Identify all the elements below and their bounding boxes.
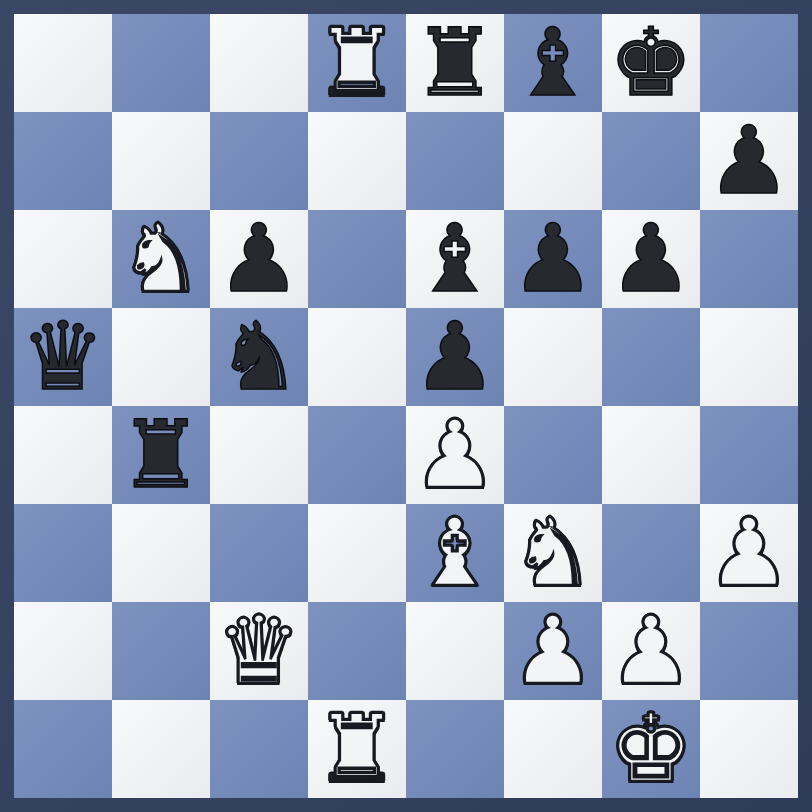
square-f3[interactable]: ♞ [504, 504, 602, 602]
square-a5[interactable]: ♛ [14, 308, 112, 406]
board-grid: ♜♜♝♚♟♞♟♝♟♟♛♞♟♜♟♝♞♟♛♟♟♜♚ [14, 14, 798, 798]
white-rook[interactable]: ♜ [315, 14, 399, 112]
square-e7[interactable] [406, 112, 504, 210]
square-h8[interactable] [700, 14, 798, 112]
black-bishop[interactable]: ♝ [511, 14, 595, 112]
square-a8[interactable] [14, 14, 112, 112]
black-pawn[interactable]: ♟ [217, 210, 301, 308]
square-h3[interactable]: ♟ [700, 504, 798, 602]
square-a1[interactable] [14, 700, 112, 798]
square-g7[interactable] [602, 112, 700, 210]
square-a7[interactable] [14, 112, 112, 210]
square-b8[interactable] [112, 14, 210, 112]
square-b7[interactable] [112, 112, 210, 210]
square-h4[interactable] [700, 406, 798, 504]
square-e1[interactable] [406, 700, 504, 798]
square-c1[interactable] [210, 700, 308, 798]
white-pawn[interactable]: ♟ [413, 406, 497, 504]
black-king[interactable]: ♚ [609, 14, 693, 112]
square-d7[interactable] [308, 112, 406, 210]
square-d3[interactable] [308, 504, 406, 602]
white-king[interactable]: ♚ [609, 700, 693, 798]
square-d5[interactable] [308, 308, 406, 406]
square-e5[interactable]: ♟ [406, 308, 504, 406]
square-b2[interactable] [112, 602, 210, 700]
square-g2[interactable]: ♟ [602, 602, 700, 700]
white-pawn[interactable]: ♟ [707, 504, 791, 602]
square-e2[interactable] [406, 602, 504, 700]
square-c4[interactable] [210, 406, 308, 504]
square-e3[interactable]: ♝ [406, 504, 504, 602]
square-c6[interactable]: ♟ [210, 210, 308, 308]
white-knight[interactable]: ♞ [119, 210, 203, 308]
black-bishop[interactable]: ♝ [413, 210, 497, 308]
square-e6[interactable]: ♝ [406, 210, 504, 308]
square-a6[interactable] [14, 210, 112, 308]
square-g1[interactable]: ♚ [602, 700, 700, 798]
square-f4[interactable] [504, 406, 602, 504]
square-h5[interactable] [700, 308, 798, 406]
white-queen[interactable]: ♛ [217, 602, 301, 700]
square-f7[interactable] [504, 112, 602, 210]
square-d2[interactable] [308, 602, 406, 700]
white-pawn[interactable]: ♟ [609, 602, 693, 700]
white-bishop[interactable]: ♝ [413, 504, 497, 602]
black-rook[interactable]: ♜ [119, 406, 203, 504]
chess-board: ♜♜♝♚♟♞♟♝♟♟♛♞♟♜♟♝♞♟♛♟♟♜♚ [0, 0, 812, 812]
square-g4[interactable] [602, 406, 700, 504]
square-g3[interactable] [602, 504, 700, 602]
white-knight[interactable]: ♞ [511, 504, 595, 602]
square-f8[interactable]: ♝ [504, 14, 602, 112]
square-h1[interactable] [700, 700, 798, 798]
square-d4[interactable] [308, 406, 406, 504]
square-c5[interactable]: ♞ [210, 308, 308, 406]
square-c3[interactable] [210, 504, 308, 602]
square-h7[interactable]: ♟ [700, 112, 798, 210]
square-b1[interactable] [112, 700, 210, 798]
square-g5[interactable] [602, 308, 700, 406]
square-c8[interactable] [210, 14, 308, 112]
black-queen[interactable]: ♛ [21, 308, 105, 406]
square-d8[interactable]: ♜ [308, 14, 406, 112]
square-h6[interactable] [700, 210, 798, 308]
black-pawn[interactable]: ♟ [413, 308, 497, 406]
square-f2[interactable]: ♟ [504, 602, 602, 700]
black-pawn[interactable]: ♟ [609, 210, 693, 308]
square-d6[interactable] [308, 210, 406, 308]
square-a4[interactable] [14, 406, 112, 504]
square-a3[interactable] [14, 504, 112, 602]
square-b6[interactable]: ♞ [112, 210, 210, 308]
square-f1[interactable] [504, 700, 602, 798]
square-f6[interactable]: ♟ [504, 210, 602, 308]
square-g8[interactable]: ♚ [602, 14, 700, 112]
black-knight[interactable]: ♞ [217, 308, 301, 406]
square-g6[interactable]: ♟ [602, 210, 700, 308]
square-b3[interactable] [112, 504, 210, 602]
square-b4[interactable]: ♜ [112, 406, 210, 504]
square-d1[interactable]: ♜ [308, 700, 406, 798]
black-pawn[interactable]: ♟ [707, 112, 791, 210]
square-e4[interactable]: ♟ [406, 406, 504, 504]
black-pawn[interactable]: ♟ [511, 210, 595, 308]
square-a2[interactable] [14, 602, 112, 700]
white-rook[interactable]: ♜ [315, 700, 399, 798]
square-e8[interactable]: ♜ [406, 14, 504, 112]
square-c7[interactable] [210, 112, 308, 210]
black-rook[interactable]: ♜ [413, 14, 497, 112]
square-b5[interactable] [112, 308, 210, 406]
square-h2[interactable] [700, 602, 798, 700]
square-f5[interactable] [504, 308, 602, 406]
square-c2[interactable]: ♛ [210, 602, 308, 700]
white-pawn[interactable]: ♟ [511, 602, 595, 700]
